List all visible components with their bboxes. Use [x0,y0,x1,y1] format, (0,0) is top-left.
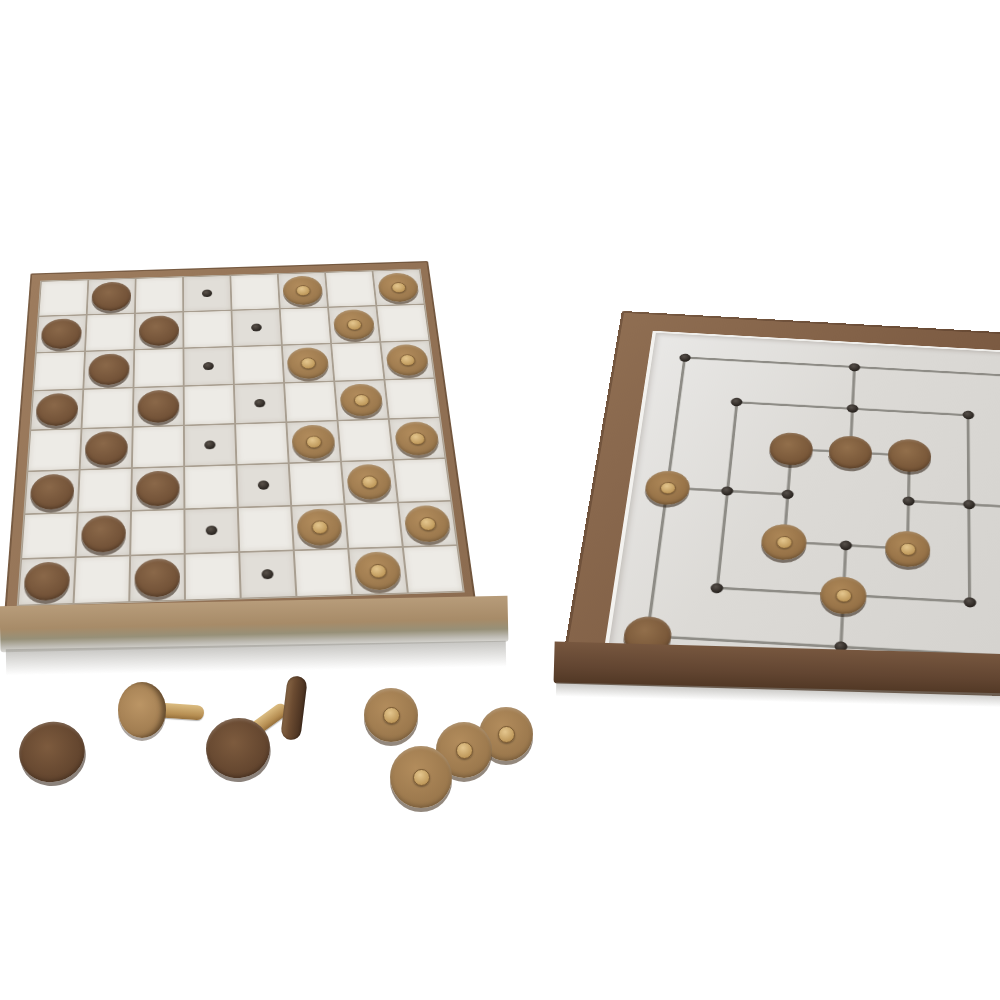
morris-surface [602,331,1000,691]
checkers-piece-dark[interactable] [137,390,179,424]
checkers-cell-d7 [183,310,232,348]
morris-board [560,311,1000,701]
loose-piece-5-pegged-up[interactable] [337,688,391,742]
peg [835,588,852,602]
checkers-cell-e6 [233,345,284,384]
checkers-cell-a5[interactable] [30,389,83,430]
checkers-grid [17,269,465,607]
checkers-piece-pegged[interactable] [339,383,384,417]
checkers-cell-c6 [133,348,183,387]
checkers-cell-g7[interactable] [328,306,380,344]
peg [498,726,515,743]
checkers-cell-f4[interactable] [286,421,341,464]
peg [900,542,916,555]
checkers-cell-c1[interactable] [129,554,185,602]
peg [353,394,370,406]
checkers-piece-dark[interactable] [136,470,180,506]
checkers-piece-pegged[interactable] [353,551,402,591]
checkers-piece-pegged[interactable] [403,505,452,543]
checkers-cell-d2[interactable] [184,507,239,553]
checkers-piece-dark[interactable] [81,515,127,553]
checkers-cell-h3 [393,458,451,502]
loose-piece-6-pegged-up[interactable] [359,746,421,808]
peg-hole [261,569,273,579]
peg-hole [254,399,265,408]
peg [383,707,400,724]
checkers-cell-c2 [130,509,185,555]
checkers-piece-dark[interactable] [134,558,180,598]
morris-point-f4[interactable] [963,500,975,510]
checkers-piece-dark[interactable] [40,318,82,349]
checkers-cell-b4[interactable] [80,427,133,470]
checkers-cell-b7 [85,313,135,351]
loose-disc-pegged [390,746,452,808]
checkers-piece-dark[interactable] [84,431,128,466]
loose-piece-1-flat-disc-tilted[interactable] [0,722,52,782]
checkers-cell-a4 [27,429,81,472]
checkers-cell-a2 [21,513,78,559]
checkers-cell-d5 [184,384,235,425]
checkers-cell-e5[interactable] [234,383,286,424]
checkers-cell-g6 [331,342,384,381]
peg [391,282,407,293]
checkers-piece-pegged[interactable] [333,309,376,340]
checkers-piece-dark[interactable] [23,561,71,601]
checkers-cell-g1[interactable] [348,547,408,595]
checkers-piece-dark[interactable] [88,353,130,385]
checkers-cell-g3[interactable] [341,460,398,504]
checkers-cell-a3[interactable] [24,470,79,514]
checkers-cell-f5 [284,381,337,422]
checkers-cell-d8[interactable] [183,275,231,312]
checkers-piece-pegged[interactable] [394,421,441,456]
checkers-cell-b8[interactable] [87,278,136,315]
checkers-cell-c7[interactable] [134,312,183,350]
checkers-piece-pegged[interactable] [291,424,336,459]
peg-hole [203,362,214,370]
checkers-board [4,261,476,615]
morris-point-e4[interactable] [902,496,914,506]
checkers-piece-pegged[interactable] [282,275,323,305]
checkers-cell-h7 [376,304,429,342]
checkers-piece-dark[interactable] [35,393,79,427]
peg [300,357,316,369]
peg [346,319,362,330]
peg-hole [206,525,218,535]
scene [0,0,1000,1000]
checkers-cell-a6 [33,351,85,390]
checkers-cell-c8 [135,277,183,314]
checkers-cell-b6[interactable] [83,350,134,389]
peg [295,285,310,296]
checkers-cell-d6[interactable] [183,347,233,386]
checkers-cell-h2[interactable] [398,501,457,547]
checkers-cell-b2[interactable] [76,511,131,557]
peg [456,742,473,759]
checkers-cell-f3 [289,461,345,505]
checkers-cell-f2[interactable] [291,504,348,550]
peg [369,564,387,579]
peg [306,436,323,449]
checkers-cell-e3[interactable] [236,463,291,507]
checkers-cell-h1 [403,545,464,593]
peg [419,517,437,531]
peg-hole [202,289,212,297]
peg [413,769,430,786]
peg [361,475,378,488]
loose-disc-face [118,682,166,738]
checkers-piece-pegged[interactable] [296,508,343,546]
checkers-cell-g8 [325,271,376,307]
checkers-cell-a8 [38,280,88,317]
checkers-cell-d3 [184,465,238,509]
loose-disc-edge [280,675,308,741]
checkers-cell-f6[interactable] [282,344,334,383]
checkers-piece-dark[interactable] [29,474,74,511]
checkers-piece-pegged[interactable] [286,347,329,379]
checkers-cell-c4 [132,425,184,468]
peg-hole [258,480,270,490]
loose-piece-4-disc-edge-on[interactable] [284,676,304,740]
morris-point-f6[interactable] [962,411,973,420]
checkers-piece-pegged[interactable] [377,272,420,302]
checkers-cell-h8[interactable] [372,269,424,305]
peg [399,354,415,366]
checkers-piece-dark[interactable] [139,315,179,346]
checkers-piece-dark[interactable] [91,281,131,311]
checkers-cell-c3[interactable] [131,466,184,510]
checkers-cell-h4[interactable] [389,417,446,459]
checkers-cell-h5 [384,378,440,419]
checkers-piece-pegged[interactable] [385,344,430,376]
peg [659,482,676,495]
checkers-cell-a7[interactable] [36,315,87,353]
peg [311,520,328,534]
checkers-cell-e4 [235,422,289,465]
checkers-cell-e8 [230,274,279,310]
peg-hole [204,440,215,449]
checkers-cell-f1 [294,549,352,597]
peg [776,536,793,549]
morris-point-f2[interactable] [963,597,976,608]
checkers-cell-f8[interactable] [278,272,328,308]
checkers-cell-g2 [345,502,403,548]
peg-hole [251,323,262,331]
checkers-cell-d1 [185,552,241,600]
checkers-piece-pegged[interactable] [346,464,393,500]
checkers-cell-b3 [78,468,132,512]
checkers-cell-e1[interactable] [239,550,296,598]
peg [409,432,426,445]
loose-disc-face [13,715,92,789]
checkers-cell-a1[interactable] [18,557,76,605]
checkers-cell-e2 [238,506,294,552]
checkers-cell-g4 [338,419,394,462]
checkers-cell-c5[interactable] [133,386,184,427]
checkers-cell-b5 [82,388,134,429]
checkers-cell-e7[interactable] [232,309,282,347]
checkers-cell-f7 [280,307,331,345]
checkers-cell-b1 [74,555,131,603]
checkers-cell-d4[interactable] [184,424,237,467]
checkers-cell-g5[interactable] [334,380,388,421]
checkers-cell-h6[interactable] [380,340,434,379]
